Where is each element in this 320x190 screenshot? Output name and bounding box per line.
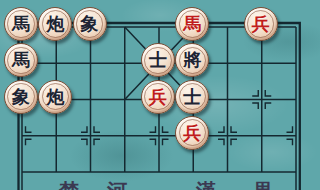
piece-character: 炮 <box>46 88 64 106</box>
piece-character: 炮 <box>46 15 64 33</box>
river-text-right: 漢界 <box>196 178 310 190</box>
piece-red-soldier[interactable]: 兵 <box>244 7 278 41</box>
piece-red-soldier[interactable]: 兵 <box>175 116 209 150</box>
piece-character: 馬 <box>183 15 201 33</box>
piece-black-cannon[interactable]: 炮 <box>38 80 72 114</box>
piece-character: 馬 <box>12 51 30 69</box>
piece-character: 馬 <box>12 15 30 33</box>
piece-character: 士 <box>149 51 167 69</box>
piece-black-cannon[interactable]: 炮 <box>38 7 72 41</box>
piece-character: 兵 <box>252 15 270 33</box>
piece-black-elephant[interactable]: 象 <box>73 7 107 41</box>
piece-black-elephant[interactable]: 象 <box>4 80 38 114</box>
piece-black-general[interactable]: 將 <box>175 43 209 77</box>
piece-red-soldier[interactable]: 兵 <box>141 80 175 114</box>
xiangqi-board[interactable]: 馬炮象馬兵馬士將象炮兵士兵 楚河 漢界 <box>0 0 320 190</box>
piece-character: 士 <box>183 88 201 106</box>
piece-red-horse[interactable]: 馬 <box>175 7 209 41</box>
piece-black-advisor[interactable]: 士 <box>175 80 209 114</box>
piece-black-horse[interactable]: 馬 <box>4 7 38 41</box>
piece-character: 兵 <box>149 88 167 106</box>
river-text-left: 楚河 <box>59 178 155 190</box>
piece-black-horse[interactable]: 馬 <box>4 43 38 77</box>
piece-character: 象 <box>81 15 99 33</box>
piece-black-advisor[interactable]: 士 <box>141 43 175 77</box>
piece-character: 象 <box>12 88 30 106</box>
piece-character: 將 <box>183 51 201 69</box>
piece-character: 兵 <box>183 124 201 142</box>
piece-grid: 馬炮象馬兵馬士將象炮兵士兵 <box>5 9 313 190</box>
